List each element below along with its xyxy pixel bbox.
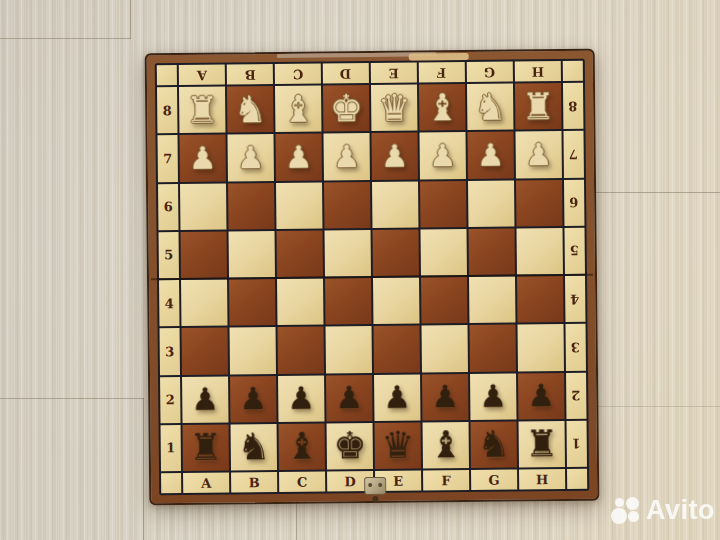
piece-white-bishop: ♝ bbox=[281, 90, 315, 127]
frame-scratch bbox=[409, 53, 469, 61]
coord-rank-7-left: 7 bbox=[158, 135, 178, 181]
square-e2: ♟ bbox=[374, 374, 420, 421]
coord-rank-8-left: 8 bbox=[157, 87, 177, 133]
square-h4 bbox=[517, 276, 563, 323]
photo-scene: ABCDEFGH8♜♞♝♚♛♝♞♜87♟♟♟♟♟♟♟♟7665544332♟♟♟… bbox=[0, 0, 720, 540]
square-b6 bbox=[228, 183, 274, 230]
coord-file-h-top: H bbox=[515, 61, 561, 81]
coord-rank-6-left: 6 bbox=[158, 184, 178, 230]
coord-rank-7-right: 7 bbox=[563, 131, 583, 177]
square-d7: ♟ bbox=[323, 133, 369, 180]
square-e4 bbox=[373, 278, 419, 325]
square-d3 bbox=[326, 326, 372, 373]
square-h8: ♜ bbox=[515, 83, 561, 130]
coord-rank-5-left: 5 bbox=[159, 232, 179, 278]
floor-plank-seam bbox=[0, 38, 131, 39]
square-d2: ♟ bbox=[326, 375, 372, 422]
piece-black-knight: ♞ bbox=[477, 426, 511, 463]
coord-rank-1-right: 1 bbox=[567, 421, 587, 467]
coord-rank-2-right: 2 bbox=[566, 372, 586, 418]
square-h7: ♟ bbox=[515, 131, 561, 178]
square-c3 bbox=[278, 327, 324, 374]
square-h3 bbox=[518, 324, 564, 371]
piece-white-knight: ♞ bbox=[233, 91, 267, 128]
square-e7: ♟ bbox=[371, 133, 417, 180]
brass-clasp bbox=[364, 477, 386, 495]
square-a6 bbox=[180, 183, 226, 230]
coord-file-d-top: D bbox=[323, 63, 369, 83]
square-h2: ♟ bbox=[518, 372, 564, 419]
avito-watermark: Avito bbox=[611, 496, 715, 525]
board-corner bbox=[563, 61, 583, 81]
piece-black-pawn: ♟ bbox=[479, 381, 507, 412]
coord-rank-4-right: 4 bbox=[565, 276, 585, 322]
floor-plank-seam bbox=[296, 498, 297, 540]
square-c1: ♝ bbox=[279, 423, 325, 470]
square-a3 bbox=[182, 328, 228, 375]
square-b7: ♟ bbox=[228, 134, 274, 181]
floor-plank-seam bbox=[582, 192, 720, 193]
piece-black-pawn: ♟ bbox=[335, 382, 363, 413]
piece-black-bishop: ♝ bbox=[285, 428, 319, 465]
square-f1: ♝ bbox=[423, 422, 469, 469]
coord-file-b-bottom: B bbox=[231, 472, 277, 492]
square-g6 bbox=[468, 180, 514, 227]
piece-white-pawn: ♟ bbox=[525, 139, 553, 170]
square-g7: ♟ bbox=[467, 132, 513, 179]
piece-black-queen: ♛ bbox=[381, 427, 415, 464]
square-c5 bbox=[277, 230, 323, 277]
square-a5 bbox=[181, 231, 227, 278]
square-f3 bbox=[422, 325, 468, 372]
coord-file-e-top: E bbox=[371, 63, 417, 83]
square-c2: ♟ bbox=[278, 375, 324, 422]
square-d6 bbox=[324, 182, 370, 229]
square-d8: ♚ bbox=[323, 85, 369, 132]
square-e1: ♛ bbox=[375, 422, 421, 469]
square-a8: ♜ bbox=[179, 87, 225, 134]
square-b2: ♟ bbox=[230, 376, 276, 423]
coord-file-g-top: G bbox=[467, 62, 513, 82]
coord-rank-3-right: 3 bbox=[566, 324, 586, 370]
piece-black-rook: ♜ bbox=[525, 425, 559, 462]
coord-rank-8-right: 8 bbox=[563, 83, 583, 129]
floor-plank-seam bbox=[130, 0, 131, 39]
square-h6 bbox=[516, 180, 562, 227]
chess-board: ABCDEFGH8♜♞♝♚♛♝♞♜87♟♟♟♟♟♟♟♟7665544332♟♟♟… bbox=[145, 49, 600, 506]
piece-white-pawn: ♟ bbox=[189, 142, 217, 173]
piece-black-pawn: ♟ bbox=[287, 383, 315, 414]
piece-black-pawn: ♟ bbox=[239, 383, 267, 414]
piece-black-king: ♚ bbox=[333, 427, 367, 464]
coord-file-a-bottom: A bbox=[183, 473, 229, 493]
coord-file-g-bottom: G bbox=[471, 469, 517, 489]
watermark-text: Avito bbox=[646, 497, 715, 524]
board-corner bbox=[567, 469, 587, 489]
square-d5 bbox=[325, 230, 371, 277]
floor-plank-seam bbox=[143, 398, 144, 540]
square-g3 bbox=[470, 325, 516, 372]
square-a4 bbox=[181, 280, 227, 327]
piece-white-rook: ♜ bbox=[185, 91, 219, 128]
square-e8: ♛ bbox=[371, 85, 417, 132]
piece-white-pawn: ♟ bbox=[381, 140, 409, 171]
coord-file-c-top: C bbox=[275, 64, 321, 84]
square-b1: ♞ bbox=[231, 424, 277, 471]
coord-file-f-top: F bbox=[419, 62, 465, 82]
piece-black-pawn: ♟ bbox=[431, 381, 459, 412]
coord-file-b-top: B bbox=[227, 64, 273, 84]
square-a1: ♜ bbox=[183, 424, 229, 471]
coord-rank-6-right: 6 bbox=[564, 179, 584, 225]
piece-black-pawn: ♟ bbox=[527, 380, 555, 411]
clasp-pin bbox=[372, 496, 378, 503]
coord-file-h-bottom: H bbox=[519, 469, 565, 489]
square-a7: ♟ bbox=[180, 135, 226, 182]
square-g8: ♞ bbox=[467, 84, 513, 131]
coord-rank-1-left: 1 bbox=[161, 425, 181, 471]
piece-white-pawn: ♟ bbox=[477, 139, 505, 170]
piece-black-knight: ♞ bbox=[237, 428, 271, 465]
piece-black-pawn: ♟ bbox=[191, 384, 219, 415]
square-a2: ♟ bbox=[182, 376, 228, 423]
square-c4 bbox=[277, 279, 323, 326]
piece-white-bishop: ♝ bbox=[425, 89, 459, 126]
square-g2: ♟ bbox=[470, 373, 516, 420]
square-e5 bbox=[373, 229, 419, 276]
piece-black-pawn: ♟ bbox=[383, 382, 411, 413]
piece-black-bishop: ♝ bbox=[429, 426, 463, 463]
avito-logo-icon bbox=[611, 496, 643, 525]
floor-plank-seam bbox=[592, 406, 720, 407]
board-corner bbox=[157, 65, 177, 85]
coord-file-f-bottom: F bbox=[423, 470, 469, 490]
square-f5 bbox=[421, 229, 467, 276]
square-g5 bbox=[468, 228, 514, 275]
square-h1: ♜ bbox=[519, 421, 565, 468]
square-e6 bbox=[372, 181, 418, 228]
square-h5 bbox=[516, 228, 562, 275]
piece-white-queen: ♛ bbox=[377, 89, 411, 126]
piece-white-rook: ♜ bbox=[521, 88, 555, 125]
piece-white-pawn: ♟ bbox=[333, 141, 361, 172]
square-g4 bbox=[469, 277, 515, 324]
piece-white-knight: ♞ bbox=[473, 88, 507, 125]
square-c8: ♝ bbox=[275, 86, 321, 133]
coord-rank-5-right: 5 bbox=[564, 228, 584, 274]
piece-white-pawn: ♟ bbox=[237, 142, 265, 173]
square-b5 bbox=[229, 231, 275, 278]
square-b8: ♞ bbox=[227, 86, 273, 133]
board-corner bbox=[161, 473, 181, 493]
square-d4 bbox=[325, 278, 371, 325]
piece-white-pawn: ♟ bbox=[285, 141, 313, 172]
coord-file-a-top: A bbox=[179, 65, 225, 85]
square-c7: ♟ bbox=[275, 134, 321, 181]
square-d1: ♚ bbox=[327, 423, 373, 470]
coord-rank-2-left: 2 bbox=[160, 377, 180, 423]
square-f8: ♝ bbox=[419, 84, 465, 131]
square-c6 bbox=[276, 182, 322, 229]
square-f4 bbox=[421, 277, 467, 324]
square-f2: ♟ bbox=[422, 373, 468, 420]
square-f6 bbox=[420, 181, 466, 228]
piece-white-pawn: ♟ bbox=[429, 140, 457, 171]
coord-rank-4-left: 4 bbox=[159, 280, 179, 326]
piece-black-rook: ♜ bbox=[189, 429, 223, 466]
coord-file-c-bottom: C bbox=[279, 472, 325, 492]
coord-rank-3-left: 3 bbox=[160, 328, 180, 374]
square-g1: ♞ bbox=[471, 421, 517, 468]
piece-white-king: ♚ bbox=[329, 90, 363, 127]
square-b4 bbox=[229, 279, 275, 326]
square-b3 bbox=[230, 327, 276, 374]
square-e3 bbox=[374, 326, 420, 373]
floor-plank-seam bbox=[0, 398, 144, 399]
square-f7: ♟ bbox=[419, 132, 465, 179]
